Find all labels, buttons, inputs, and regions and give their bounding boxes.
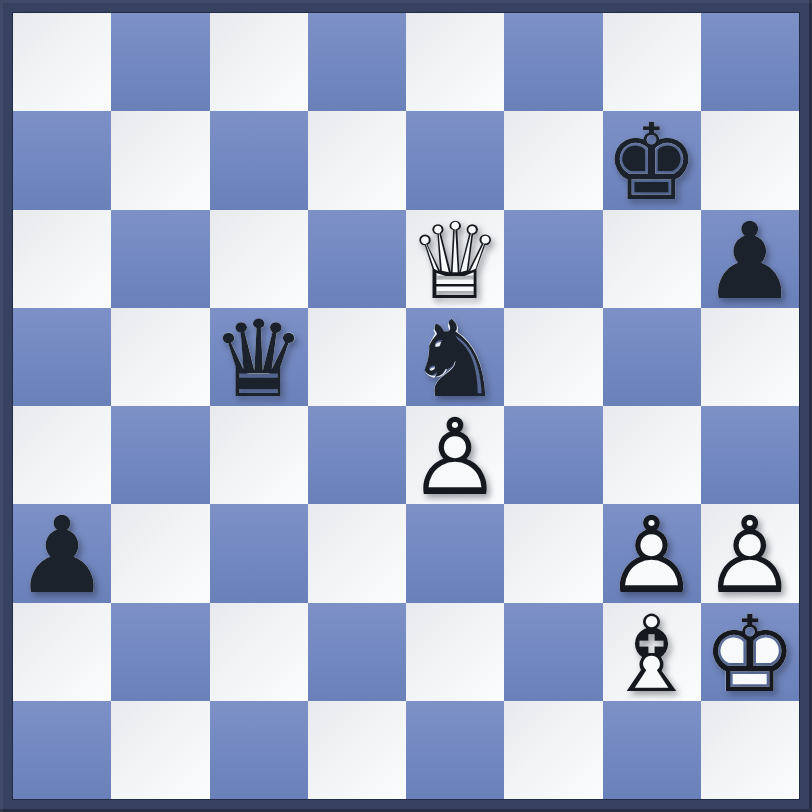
square-b1[interactable] [111,701,209,799]
piece-black-queen[interactable]: ♕♛ [210,308,308,406]
chess-board: ♔♚♛♕♙♟♕♛♘♞♟♙♙♟♟♙♟♙♝♗♚♔ [13,13,799,799]
square-f4[interactable] [504,406,602,504]
square-e7[interactable] [406,111,504,209]
square-b6[interactable] [111,210,209,308]
white-king-icon: ♔ [701,606,799,704]
square-b4[interactable] [111,406,209,504]
square-f6[interactable] [504,210,602,308]
square-d6[interactable] [308,210,406,308]
square-d5[interactable] [308,308,406,406]
white-pawn-icon: ♙ [701,507,799,605]
black-pawn-icon: ♟ [701,213,799,311]
piece-white-pawn[interactable]: ♟♙ [603,504,701,602]
square-e8[interactable] [406,13,504,111]
square-h1[interactable] [701,701,799,799]
square-g5[interactable] [603,308,701,406]
piece-white-bishop[interactable]: ♝♗ [603,603,701,701]
square-a6[interactable] [13,210,111,308]
square-d1[interactable] [308,701,406,799]
square-b7[interactable] [111,111,209,209]
square-a1[interactable] [13,701,111,799]
square-h3[interactable]: ♟♙ [701,504,799,602]
piece-black-knight[interactable]: ♘♞ [406,308,504,406]
square-h4[interactable] [701,406,799,504]
white-pawn-icon: ♙ [406,409,504,507]
square-b5[interactable] [111,308,209,406]
square-a3[interactable]: ♙♟ [13,504,111,602]
square-c4[interactable] [210,406,308,504]
piece-black-king[interactable]: ♔♚ [603,111,701,209]
square-h7[interactable] [701,111,799,209]
square-e2[interactable] [406,603,504,701]
square-d3[interactable] [308,504,406,602]
piece-white-pawn[interactable]: ♟♙ [701,504,799,602]
black-queen-icon: ♛ [210,311,308,409]
chess-board-frame: ♔♚♛♕♙♟♕♛♘♞♟♙♙♟♟♙♟♙♝♗♚♔ [0,0,812,812]
square-c5[interactable]: ♕♛ [210,308,308,406]
square-b8[interactable] [111,13,209,111]
square-f1[interactable] [504,701,602,799]
square-a8[interactable] [13,13,111,111]
square-h8[interactable] [701,13,799,111]
white-bishop-icon: ♗ [603,606,701,704]
square-e6[interactable]: ♛♕ [406,210,504,308]
square-g3[interactable]: ♟♙ [603,504,701,602]
square-a7[interactable] [13,111,111,209]
black-knight-icon: ♞ [406,311,504,409]
square-h2[interactable]: ♚♔ [701,603,799,701]
piece-black-pawn[interactable]: ♙♟ [701,210,799,308]
square-e5[interactable]: ♘♞ [406,308,504,406]
square-d4[interactable] [308,406,406,504]
square-g1[interactable] [603,701,701,799]
square-e1[interactable] [406,701,504,799]
white-pawn-icon: ♙ [603,507,701,605]
square-c3[interactable] [210,504,308,602]
square-g2[interactable]: ♝♗ [603,603,701,701]
square-f2[interactable] [504,603,602,701]
square-c1[interactable] [210,701,308,799]
black-king-icon: ♚ [603,114,701,212]
black-pawn-icon: ♟ [13,507,111,605]
square-h5[interactable] [701,308,799,406]
piece-white-pawn[interactable]: ♟♙ [406,406,504,504]
square-d7[interactable] [308,111,406,209]
square-g8[interactable] [603,13,701,111]
square-g7[interactable]: ♔♚ [603,111,701,209]
square-h6[interactable]: ♙♟ [701,210,799,308]
square-b3[interactable] [111,504,209,602]
square-c7[interactable] [210,111,308,209]
square-a2[interactable] [13,603,111,701]
square-f5[interactable] [504,308,602,406]
piece-black-pawn[interactable]: ♙♟ [13,504,111,602]
piece-white-king[interactable]: ♚♔ [701,603,799,701]
white-queen-icon: ♕ [406,213,504,311]
square-f7[interactable] [504,111,602,209]
square-e4[interactable]: ♟♙ [406,406,504,504]
square-c6[interactable] [210,210,308,308]
square-d8[interactable] [308,13,406,111]
square-a4[interactable] [13,406,111,504]
square-f3[interactable] [504,504,602,602]
square-g4[interactable] [603,406,701,504]
square-f8[interactable] [504,13,602,111]
square-a5[interactable] [13,308,111,406]
square-b2[interactable] [111,603,209,701]
square-c2[interactable] [210,603,308,701]
square-g6[interactable] [603,210,701,308]
square-c8[interactable] [210,13,308,111]
square-e3[interactable] [406,504,504,602]
piece-white-queen[interactable]: ♛♕ [406,210,504,308]
square-d2[interactable] [308,603,406,701]
